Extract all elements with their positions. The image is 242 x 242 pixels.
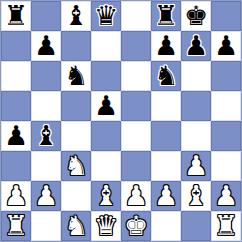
square-a5[interactable] xyxy=(1,91,31,121)
square-f5[interactable] xyxy=(151,91,181,121)
piece-black-pawn[interactable]: ♟ xyxy=(4,121,28,151)
piece-black-pawn[interactable]: ♟ xyxy=(94,91,118,121)
piece-black-pawn[interactable]: ♟ xyxy=(214,31,238,61)
piece-white-bishop[interactable]: ♝ xyxy=(184,181,208,211)
piece-white-pawn[interactable]: ♟ xyxy=(214,181,238,211)
piece-white-knight[interactable]: ♞ xyxy=(64,151,88,181)
square-f2[interactable]: ♟ xyxy=(151,181,181,211)
square-c4[interactable] xyxy=(61,121,91,151)
piece-black-bishop[interactable]: ♝ xyxy=(64,1,88,31)
piece-black-queen[interactable]: ♛ xyxy=(94,1,118,31)
square-h5[interactable] xyxy=(211,91,241,121)
square-g2[interactable]: ♝ xyxy=(181,181,211,211)
piece-white-king[interactable]: ♚ xyxy=(124,211,148,241)
piece-white-queen[interactable]: ♛ xyxy=(94,211,118,241)
square-g3[interactable]: ♟ xyxy=(181,151,211,181)
piece-black-pawn[interactable]: ♟ xyxy=(154,31,178,61)
square-g7[interactable]: ♟ xyxy=(181,31,211,61)
square-b5[interactable] xyxy=(31,91,61,121)
square-d4[interactable] xyxy=(91,121,121,151)
square-b8[interactable] xyxy=(31,1,61,31)
square-d6[interactable] xyxy=(91,61,121,91)
square-f6[interactable]: ♞ xyxy=(151,61,181,91)
piece-white-pawn[interactable]: ♟ xyxy=(4,181,28,211)
square-e5[interactable] xyxy=(121,91,151,121)
square-b7[interactable]: ♟ xyxy=(31,31,61,61)
square-c8[interactable]: ♝ xyxy=(61,1,91,31)
square-a7[interactable] xyxy=(1,31,31,61)
square-f7[interactable]: ♟ xyxy=(151,31,181,61)
square-b3[interactable] xyxy=(31,151,61,181)
square-h2[interactable]: ♟ xyxy=(211,181,241,211)
square-c1[interactable]: ♞ xyxy=(61,211,91,241)
square-d7[interactable] xyxy=(91,31,121,61)
square-e8[interactable] xyxy=(121,1,151,31)
piece-black-king[interactable]: ♚ xyxy=(184,1,208,31)
square-e1[interactable]: ♚ xyxy=(121,211,151,241)
square-g8[interactable]: ♚ xyxy=(181,1,211,31)
square-e6[interactable] xyxy=(121,61,151,91)
square-g5[interactable] xyxy=(181,91,211,121)
square-e4[interactable] xyxy=(121,121,151,151)
square-c2[interactable] xyxy=(61,181,91,211)
square-a2[interactable]: ♟ xyxy=(1,181,31,211)
chess-board: ♜♝♛♜♚♟♟♟♟♞♞♟♟♝♞♟♟♟♝♟♟♝♟♜♞♛♚♜ xyxy=(0,0,242,242)
square-f1[interactable] xyxy=(151,211,181,241)
square-f4[interactable] xyxy=(151,121,181,151)
square-e2[interactable]: ♟ xyxy=(121,181,151,211)
piece-white-pawn[interactable]: ♟ xyxy=(154,181,178,211)
square-c3[interactable]: ♞ xyxy=(61,151,91,181)
square-h6[interactable] xyxy=(211,61,241,91)
square-d8[interactable]: ♛ xyxy=(91,1,121,31)
square-d1[interactable]: ♛ xyxy=(91,211,121,241)
piece-white-pawn[interactable]: ♟ xyxy=(124,181,148,211)
square-g4[interactable] xyxy=(181,121,211,151)
square-a3[interactable] xyxy=(1,151,31,181)
square-d5[interactable]: ♟ xyxy=(91,91,121,121)
piece-white-bishop[interactable]: ♝ xyxy=(94,181,118,211)
square-f3[interactable] xyxy=(151,151,181,181)
square-a8[interactable]: ♜ xyxy=(1,1,31,31)
square-g1[interactable] xyxy=(181,211,211,241)
square-e3[interactable] xyxy=(121,151,151,181)
square-c5[interactable] xyxy=(61,91,91,121)
piece-white-pawn[interactable]: ♟ xyxy=(184,151,208,181)
square-c7[interactable] xyxy=(61,31,91,61)
square-f8[interactable]: ♜ xyxy=(151,1,181,31)
piece-black-rook[interactable]: ♜ xyxy=(4,1,28,31)
piece-black-bishop[interactable]: ♝ xyxy=(34,121,58,151)
square-e7[interactable] xyxy=(121,31,151,61)
piece-black-rook[interactable]: ♜ xyxy=(154,1,178,31)
square-b4[interactable]: ♝ xyxy=(31,121,61,151)
square-b6[interactable] xyxy=(31,61,61,91)
square-h7[interactable]: ♟ xyxy=(211,31,241,61)
piece-white-knight[interactable]: ♞ xyxy=(64,211,88,241)
piece-white-rook[interactable]: ♜ xyxy=(4,211,28,241)
square-b1[interactable] xyxy=(31,211,61,241)
square-h8[interactable] xyxy=(211,1,241,31)
piece-black-pawn[interactable]: ♟ xyxy=(184,31,208,61)
square-a6[interactable] xyxy=(1,61,31,91)
piece-black-knight[interactable]: ♞ xyxy=(64,61,88,91)
square-h3[interactable] xyxy=(211,151,241,181)
piece-white-rook[interactable]: ♜ xyxy=(214,211,238,241)
square-c6[interactable]: ♞ xyxy=(61,61,91,91)
square-a4[interactable]: ♟ xyxy=(1,121,31,151)
square-b2[interactable]: ♟ xyxy=(31,181,61,211)
piece-black-knight[interactable]: ♞ xyxy=(154,61,178,91)
piece-black-pawn[interactable]: ♟ xyxy=(34,31,58,61)
piece-white-pawn[interactable]: ♟ xyxy=(34,181,58,211)
square-a1[interactable]: ♜ xyxy=(1,211,31,241)
square-h1[interactable]: ♜ xyxy=(211,211,241,241)
square-g6[interactable] xyxy=(181,61,211,91)
square-d3[interactable] xyxy=(91,151,121,181)
square-h4[interactable] xyxy=(211,121,241,151)
square-d2[interactable]: ♝ xyxy=(91,181,121,211)
